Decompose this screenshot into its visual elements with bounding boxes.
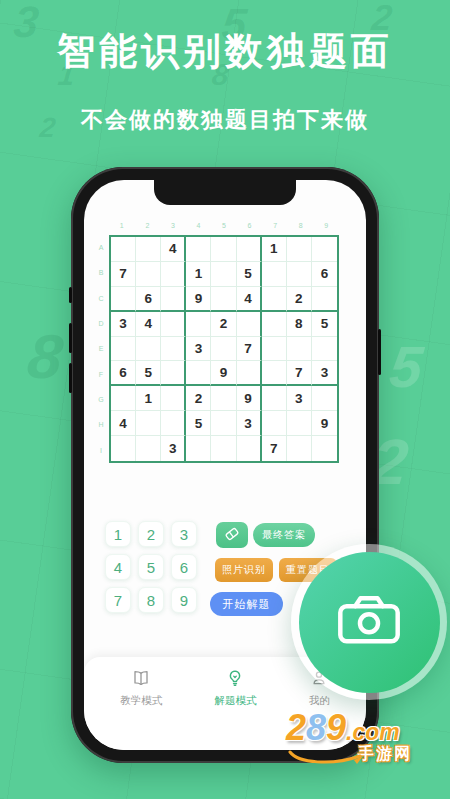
sudoku-cell-F1[interactable]: 6	[111, 361, 136, 386]
column-label: 9	[313, 222, 339, 235]
sudoku-cell-B8[interactable]	[287, 262, 312, 287]
bulb-icon	[226, 669, 244, 689]
phone-power-button	[378, 329, 381, 375]
promo-screenshot: 352182852 智能识别数独题面 不会做的数独题目拍下来做 12345678…	[0, 0, 450, 799]
sudoku-cell-A6[interactable]	[237, 237, 262, 262]
row-label: F	[99, 371, 103, 378]
sudoku-cell-I1[interactable]	[111, 436, 136, 461]
photo-recognize-button[interactable]: 照片识别	[215, 558, 273, 582]
sudoku-cell-G5[interactable]	[211, 386, 236, 411]
sudoku-cell-H9[interactable]: 9	[312, 411, 337, 436]
sudoku-grid: 41715669423428537659731293453937	[109, 235, 339, 463]
sudoku-cell-C9[interactable]	[312, 287, 337, 312]
sudoku-cell-G1[interactable]	[111, 386, 136, 411]
start-solve-button[interactable]: 开始解题	[210, 592, 283, 616]
sudoku-cell-I8[interactable]	[287, 436, 312, 461]
sudoku-cell-C1[interactable]	[111, 287, 136, 312]
sudoku-cell-B3[interactable]	[161, 262, 186, 287]
row-label: I	[100, 447, 102, 454]
sudoku-cell-I4[interactable]	[186, 436, 211, 461]
nav-label: 我的	[309, 694, 330, 708]
nav-label: 教学模式	[120, 694, 162, 708]
nav-label: 解题模式	[214, 694, 256, 708]
sudoku-cell-B6[interactable]: 5	[237, 262, 262, 287]
sudoku-cell-F2[interactable]: 5	[136, 361, 161, 386]
column-label: 2	[135, 222, 161, 235]
sudoku-cell-G6[interactable]: 9	[237, 386, 262, 411]
eraser-icon	[222, 525, 242, 545]
sudoku-cell-I3[interactable]: 3	[161, 436, 186, 461]
sudoku-cell-C5[interactable]	[211, 287, 236, 312]
column-label: 4	[186, 222, 212, 235]
sudoku-cell-E4[interactable]: 3	[186, 337, 211, 362]
sudoku-cell-C3[interactable]	[161, 287, 186, 312]
column-label: 5	[211, 222, 237, 235]
sudoku-cell-D3[interactable]	[161, 312, 186, 337]
row-label: C	[98, 295, 103, 302]
sudoku-cell-G8[interactable]: 3	[287, 386, 312, 411]
sudoku-cell-D2[interactable]: 4	[136, 312, 161, 337]
row-labels: ABCDEFGHI	[93, 235, 109, 463]
camera-fab[interactable]	[291, 544, 447, 700]
sudoku-cell-F8[interactable]: 7	[287, 361, 312, 386]
page-subtitle: 不会做的数独题目拍下来做	[0, 105, 450, 135]
sudoku-cell-B9[interactable]: 6	[312, 262, 337, 287]
sudoku-cell-D1[interactable]: 3	[111, 312, 136, 337]
sudoku-cell-G2[interactable]: 1	[136, 386, 161, 411]
sudoku-cell-I2[interactable]	[136, 436, 161, 461]
number-pad: 123456789	[105, 521, 197, 613]
keypad-digit-5[interactable]: 5	[138, 554, 164, 580]
book-icon	[132, 669, 150, 689]
sudoku-cell-E6[interactable]: 7	[237, 337, 262, 362]
sudoku-cell-G4[interactable]: 2	[186, 386, 211, 411]
column-labels: 123456789	[109, 222, 339, 235]
sudoku-cell-F5[interactable]: 9	[211, 361, 236, 386]
keypad-digit-9[interactable]: 9	[171, 587, 197, 613]
sudoku-board: 123456789 ABCDEFGHI 41715669423428537659…	[93, 222, 339, 463]
phone-notch	[154, 180, 296, 205]
nav-teaching-mode[interactable]: 教学模式	[120, 669, 162, 750]
keypad-digit-7[interactable]: 7	[105, 587, 131, 613]
sudoku-cell-B7[interactable]	[262, 262, 287, 287]
hero-section: 智能识别数独题面 不会做的数独题目拍下来做	[0, 26, 450, 135]
keypad-digit-3[interactable]: 3	[171, 521, 197, 547]
column-label: 1	[109, 222, 135, 235]
final-answer-button[interactable]: 最终答案	[253, 523, 315, 547]
row-label: E	[99, 345, 104, 352]
nav-solving-mode[interactable]: 解题模式	[214, 669, 256, 750]
column-label: 3	[160, 222, 186, 235]
sudoku-cell-H1[interactable]: 4	[111, 411, 136, 436]
sudoku-cell-B2[interactable]	[136, 262, 161, 287]
column-label: 8	[288, 222, 314, 235]
phone-volume-up-button	[69, 323, 72, 353]
row-label: A	[99, 244, 104, 251]
watermark-digit: 9	[326, 707, 346, 748]
watermark-dotcom: .com	[346, 719, 400, 745]
sudoku-cell-D8[interactable]: 8	[287, 312, 312, 337]
sudoku-cell-H2[interactable]	[136, 411, 161, 436]
sudoku-cell-F4[interactable]	[186, 361, 211, 386]
sudoku-cell-A2[interactable]	[136, 237, 161, 262]
sudoku-cell-G9[interactable]	[312, 386, 337, 411]
sudoku-cell-C8[interactable]: 2	[287, 287, 312, 312]
sudoku-cell-C2[interactable]: 6	[136, 287, 161, 312]
row-label: D	[98, 320, 103, 327]
sudoku-cell-I5[interactable]	[211, 436, 236, 461]
background-digit: 5	[387, 338, 425, 396]
sudoku-cell-D4[interactable]	[186, 312, 211, 337]
sudoku-cell-E5[interactable]	[211, 337, 236, 362]
camera-icon	[335, 592, 403, 652]
keypad-digit-4[interactable]: 4	[105, 554, 131, 580]
sudoku-cell-H5[interactable]	[211, 411, 236, 436]
sudoku-cell-B4[interactable]: 1	[186, 262, 211, 287]
sudoku-cell-A9[interactable]	[312, 237, 337, 262]
sudoku-cell-I6[interactable]	[237, 436, 262, 461]
keypad-digit-6[interactable]: 6	[171, 554, 197, 580]
sudoku-cell-B5[interactable]	[211, 262, 236, 287]
row-label: G	[98, 396, 103, 403]
watermark-digit: 2	[286, 707, 306, 748]
sudoku-cell-E8[interactable]	[287, 337, 312, 362]
sudoku-cell-E1[interactable]	[111, 337, 136, 362]
keypad-digit-8[interactable]: 8	[138, 587, 164, 613]
sudoku-cell-A8[interactable]	[287, 237, 312, 262]
sudoku-cell-F6[interactable]	[237, 361, 262, 386]
watermark-swoosh-icon	[288, 748, 366, 768]
sudoku-cell-I9[interactable]	[312, 436, 337, 461]
sudoku-cell-G3[interactable]	[161, 386, 186, 411]
sudoku-cell-G7[interactable]	[262, 386, 287, 411]
sudoku-cell-H4[interactable]: 5	[186, 411, 211, 436]
sudoku-cell-H8[interactable]	[287, 411, 312, 436]
sudoku-cell-H7[interactable]	[262, 411, 287, 436]
watermark-digit: 8	[306, 707, 326, 748]
sudoku-cell-A1[interactable]	[111, 237, 136, 262]
site-watermark: 289.com 手游网	[286, 710, 450, 782]
eraser-button[interactable]	[216, 522, 248, 548]
sudoku-cell-A3[interactable]: 4	[161, 237, 186, 262]
column-label: 7	[262, 222, 288, 235]
sudoku-cell-D5[interactable]: 2	[211, 312, 236, 337]
sudoku-cell-E3[interactable]	[161, 337, 186, 362]
sudoku-cell-A5[interactable]	[211, 237, 236, 262]
sudoku-cell-C7[interactable]	[262, 287, 287, 312]
phone-volume-down-button	[69, 363, 72, 393]
column-label: 6	[237, 222, 263, 235]
keypad-digit-1[interactable]: 1	[105, 521, 131, 547]
sudoku-cell-A4[interactable]	[186, 237, 211, 262]
sudoku-cell-D7[interactable]	[262, 312, 287, 337]
sudoku-cell-I7[interactable]: 7	[262, 436, 287, 461]
watermark-site-name: 手游网	[358, 744, 412, 765]
sudoku-cell-F9[interactable]: 3	[312, 361, 337, 386]
sudoku-cell-E9[interactable]	[312, 337, 337, 362]
sudoku-cell-D6[interactable]	[237, 312, 262, 337]
sudoku-cell-B1[interactable]: 7	[111, 262, 136, 287]
sudoku-cell-F3[interactable]	[161, 361, 186, 386]
row-label: H	[98, 421, 103, 428]
keypad-digit-2[interactable]: 2	[138, 521, 164, 547]
sudoku-cell-D9[interactable]: 5	[312, 312, 337, 337]
sudoku-cell-F7[interactable]	[262, 361, 287, 386]
background-digit: 8	[25, 326, 66, 388]
sudoku-cell-C6[interactable]: 4	[237, 287, 262, 312]
row-label: B	[99, 269, 104, 276]
sudoku-cell-A7[interactable]: 1	[262, 237, 287, 262]
page-title: 智能识别数独题面	[0, 26, 450, 77]
sudoku-cell-H6[interactable]: 3	[237, 411, 262, 436]
sudoku-cell-E2[interactable]	[136, 337, 161, 362]
sudoku-cell-H3[interactable]	[161, 411, 186, 436]
sudoku-cell-C4[interactable]: 9	[186, 287, 211, 312]
phone-mute-switch	[69, 287, 72, 303]
sudoku-cell-E7[interactable]	[262, 337, 287, 362]
